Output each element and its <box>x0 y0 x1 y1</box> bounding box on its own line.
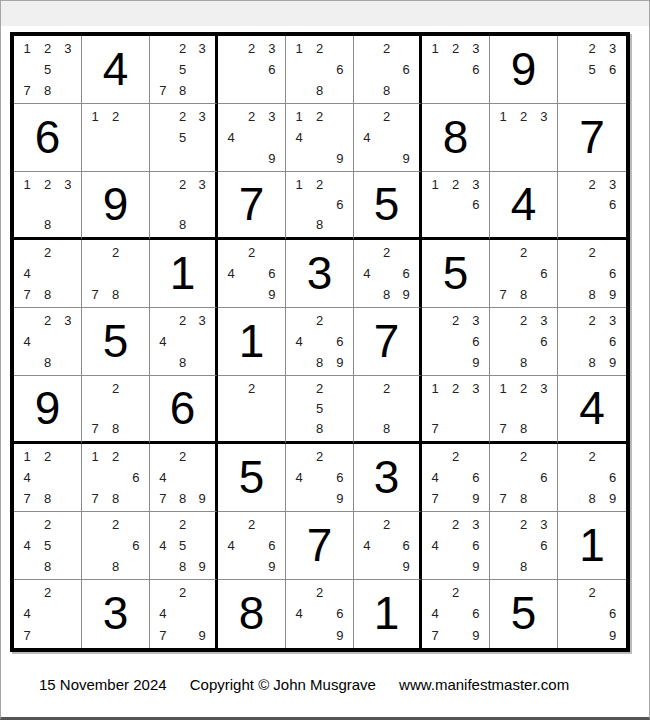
candidate-slot-8: 8 <box>309 419 329 439</box>
candidate-slot-2: 2 <box>241 514 261 535</box>
cell-r2c2[interactable]: 12 <box>82 104 150 172</box>
candidate-slot-1: 1 <box>425 174 445 194</box>
candidate-slot-4: 4 <box>289 603 309 624</box>
candidate-slot-7 <box>85 556 105 577</box>
candidate-slot-4 <box>85 398 105 418</box>
candidate-slot-4: 4 <box>17 467 37 488</box>
candidate-slot-6: 6 <box>466 331 486 352</box>
candidate-slot-1 <box>425 582 445 603</box>
candidate-slot-1 <box>221 242 241 263</box>
candidate-slot-1 <box>153 38 173 59</box>
cell-r7c9[interactable]: 2689 <box>558 444 626 512</box>
cell-r1c3[interactable]: 23578 <box>150 36 218 104</box>
cell-r4c7[interactable]: 5 <box>422 240 490 308</box>
candidate-slot-4 <box>425 398 445 418</box>
cell-r4c9[interactable]: 2689 <box>558 240 626 308</box>
candidate-slot-7: 7 <box>85 284 105 305</box>
candidate-slot-1: 1 <box>289 106 309 127</box>
candidate-slot-7 <box>561 284 582 305</box>
cell-r9c8[interactable]: 5 <box>490 580 558 648</box>
candidate-grid: 278 <box>82 240 149 307</box>
candidate-grid: 249 <box>354 104 419 171</box>
candidate-slot-3 <box>262 378 282 398</box>
candidate-slot-4 <box>425 194 445 214</box>
candidate-slot-2: 2 <box>173 106 193 127</box>
candidate-slot-3: 3 <box>58 174 78 194</box>
candidate-grid: 12378 <box>490 376 557 441</box>
cell-r5c8[interactable]: 2368 <box>490 308 558 376</box>
footer-website-link[interactable]: www.manifestmaster.com <box>399 676 569 693</box>
candidate-slot-5 <box>37 467 57 488</box>
candidate-slot-7 <box>493 352 513 373</box>
cell-r4c8[interactable]: 2678 <box>490 240 558 308</box>
candidate-slot-5 <box>513 398 533 418</box>
candidate-grid: 2356 <box>558 36 626 103</box>
candidate-slot-9: 9 <box>602 625 623 646</box>
candidate-slot-3 <box>330 174 350 194</box>
candidate-slot-4 <box>561 263 582 284</box>
candidate-slot-9 <box>602 215 623 235</box>
candidate-slot-3: 3 <box>534 378 554 398</box>
cell-r7c2[interactable]: 12678 <box>82 444 150 512</box>
cell-r6c7[interactable]: 1237 <box>422 376 490 444</box>
cell-r5c4[interactable]: 1 <box>218 308 286 376</box>
cell-r4c2[interactable]: 278 <box>82 240 150 308</box>
candidate-slot-3 <box>126 242 146 263</box>
candidate-slot-5 <box>37 194 57 214</box>
candidate-slot-2: 2 <box>513 446 533 467</box>
candidate-slot-2: 2 <box>105 378 125 398</box>
candidate-slot-5 <box>241 263 261 284</box>
cell-r5c3[interactable]: 2348 <box>150 308 218 376</box>
candidate-slot-5: 5 <box>173 59 193 80</box>
candidate-slot-2: 2 <box>173 310 193 331</box>
candidate-slot-1 <box>153 446 173 467</box>
candidate-slot-4 <box>85 127 105 148</box>
cell-r6c3[interactable]: 6 <box>150 376 218 444</box>
candidate-slot-2: 2 <box>309 106 329 127</box>
candidate-slot-6: 6 <box>126 467 146 488</box>
candidate-slot-8 <box>241 556 261 577</box>
candidate-slot-6 <box>534 398 554 418</box>
cell-r7c1[interactable]: 12478 <box>14 444 82 512</box>
candidate-grid: 2689 <box>558 240 626 307</box>
candidate-slot-5 <box>582 331 603 352</box>
cell-r8c3[interactable]: 24589 <box>150 512 218 580</box>
candidate-slot-6: 6 <box>396 263 416 284</box>
candidate-slot-5 <box>173 467 193 488</box>
candidate-slot-5 <box>445 194 465 214</box>
candidate-slot-3 <box>602 242 623 263</box>
candidate-slot-5 <box>105 263 125 284</box>
candidate-slot-9 <box>466 419 486 439</box>
candidate-slot-6: 6 <box>330 194 350 214</box>
candidate-grid: 2469 <box>218 512 285 579</box>
cell-r5c1[interactable]: 2348 <box>14 308 82 376</box>
candidate-slot-7 <box>153 352 173 373</box>
candidate-slot-8 <box>445 488 465 509</box>
cell-r2c3[interactable]: 235 <box>150 104 218 172</box>
candidate-slot-8: 8 <box>513 556 533 577</box>
candidate-slot-1 <box>561 242 582 263</box>
candidate-slot-4 <box>85 467 105 488</box>
candidate-grid: 247 <box>14 580 81 648</box>
candidate-slot-9 <box>192 80 212 101</box>
candidate-slot-1: 1 <box>289 38 309 59</box>
cell-r6c9[interactable]: 4 <box>558 376 626 444</box>
candidate-slot-9 <box>466 215 486 235</box>
cell-r7c8[interactable]: 2678 <box>490 444 558 512</box>
candidate-slot-2: 2 <box>309 174 329 194</box>
candidate-slot-5 <box>173 603 193 624</box>
candidate-slot-9: 9 <box>262 148 282 169</box>
candidate-slot-6 <box>192 127 212 148</box>
candidate-slot-2: 2 <box>105 514 125 535</box>
candidate-grid: 1237 <box>422 376 489 441</box>
candidate-slot-3 <box>330 38 350 59</box>
candidate-slot-5 <box>445 398 465 418</box>
candidate-slot-9 <box>534 284 554 305</box>
cell-r9c4[interactable]: 8 <box>218 580 286 648</box>
candidate-slot-6: 6 <box>262 263 282 284</box>
candidate-slot-8: 8 <box>513 488 533 509</box>
candidate-slot-8: 8 <box>309 215 329 235</box>
sudoku-board: 1235784235782361268268123692356612235234… <box>10 32 630 652</box>
cell-r8c2[interactable]: 268 <box>82 512 150 580</box>
cell-r9c2[interactable]: 3 <box>82 580 150 648</box>
cell-r1c1[interactable]: 123578 <box>14 36 82 104</box>
cell-r6c4[interactable]: 2 <box>218 376 286 444</box>
candidate-slot-6 <box>58 535 78 556</box>
candidate-slot-3 <box>396 514 416 535</box>
candidate-slot-9 <box>396 419 416 439</box>
candidate-slot-9: 9 <box>330 488 350 509</box>
candidate-slot-6: 6 <box>602 331 623 352</box>
candidate-slot-9 <box>192 352 212 373</box>
cell-r6c8[interactable]: 12378 <box>490 376 558 444</box>
given-digit: 1 <box>374 590 400 636</box>
candidate-grid: 1249 <box>286 104 353 171</box>
candidate-slot-7 <box>85 148 105 169</box>
candidate-slot-2: 2 <box>445 582 465 603</box>
cell-r3c9[interactable]: 236 <box>558 172 626 240</box>
cell-r1c4[interactable]: 236 <box>218 36 286 104</box>
candidate-slot-1 <box>357 38 377 59</box>
candidate-slot-9 <box>58 80 78 101</box>
cell-r6c2[interactable]: 278 <box>82 376 150 444</box>
cell-r9c5[interactable]: 2469 <box>286 580 354 648</box>
cell-r7c7[interactable]: 24679 <box>422 444 490 512</box>
candidate-slot-6 <box>192 331 212 352</box>
candidate-slot-7 <box>357 556 377 577</box>
candidate-slot-2: 2 <box>173 582 193 603</box>
cell-r8c7[interactable]: 23469 <box>422 512 490 580</box>
cell-r3c3[interactable]: 238 <box>150 172 218 240</box>
cell-r6c1[interactable]: 9 <box>14 376 82 444</box>
candidate-slot-8 <box>37 625 57 646</box>
candidate-slot-6: 6 <box>330 603 350 624</box>
candidate-slot-2: 2 <box>445 514 465 535</box>
candidate-grid: 235 <box>150 104 215 171</box>
candidate-slot-1 <box>153 106 173 127</box>
candidate-slot-4: 4 <box>153 467 173 488</box>
candidate-slot-1: 1 <box>17 174 37 194</box>
candidate-slot-8: 8 <box>173 556 193 577</box>
candidate-slot-2: 2 <box>377 242 397 263</box>
candidate-slot-1 <box>221 378 241 398</box>
candidate-slot-7: 7 <box>85 419 105 439</box>
candidate-slot-1 <box>357 514 377 535</box>
candidate-grid: 1236 <box>422 36 489 103</box>
candidate-slot-2: 2 <box>445 378 465 398</box>
cell-r9c1[interactable]: 247 <box>14 580 82 648</box>
cell-r2c6[interactable]: 249 <box>354 104 422 172</box>
cell-r9c9[interactable]: 269 <box>558 580 626 648</box>
cell-r3c7[interactable]: 1236 <box>422 172 490 240</box>
candidate-slot-6 <box>192 535 212 556</box>
candidate-slot-2: 2 <box>513 514 533 535</box>
candidate-slot-6 <box>58 467 78 488</box>
candidate-slot-7: 7 <box>493 284 513 305</box>
candidate-slot-2: 2 <box>513 378 533 398</box>
candidate-slot-4 <box>153 59 173 80</box>
candidate-slot-3: 3 <box>192 310 212 331</box>
candidate-slot-6 <box>126 398 146 418</box>
candidate-slot-6 <box>534 127 554 148</box>
cell-r4c6[interactable]: 24689 <box>354 240 422 308</box>
candidate-slot-3 <box>262 242 282 263</box>
cell-r1c6[interactable]: 268 <box>354 36 422 104</box>
candidate-slot-6: 6 <box>602 59 623 80</box>
candidate-slot-1 <box>17 310 37 331</box>
candidate-grid: 2469 <box>286 580 353 648</box>
candidate-slot-2: 2 <box>105 242 125 263</box>
candidate-slot-4 <box>561 194 582 214</box>
candidate-slot-4 <box>561 467 582 488</box>
candidate-slot-9 <box>396 80 416 101</box>
candidate-slot-6: 6 <box>126 535 146 556</box>
cell-r9c3[interactable]: 2479 <box>150 580 218 648</box>
cell-r5c6[interactable]: 7 <box>354 308 422 376</box>
candidate-slot-4: 4 <box>357 127 377 148</box>
candidate-slot-2: 2 <box>241 38 261 59</box>
cell-r4c1[interactable]: 2478 <box>14 240 82 308</box>
given-digit: 3 <box>307 250 333 296</box>
given-digit: 3 <box>374 454 400 500</box>
given-digit: 1 <box>579 522 605 568</box>
candidate-slot-4: 4 <box>289 127 309 148</box>
candidate-slot-5 <box>309 467 329 488</box>
candidate-slot-5 <box>582 603 603 624</box>
candidate-slot-5 <box>445 331 465 352</box>
cell-r1c2[interactable]: 4 <box>82 36 150 104</box>
cell-r5c2[interactable]: 5 <box>82 308 150 376</box>
candidate-slot-7 <box>561 352 582 373</box>
cell-r7c4[interactable]: 5 <box>218 444 286 512</box>
candidate-slot-1: 1 <box>425 378 445 398</box>
candidate-grid: 12 <box>82 104 149 171</box>
candidate-slot-9: 9 <box>466 556 486 577</box>
candidate-slot-8: 8 <box>105 556 125 577</box>
cell-r5c7[interactable]: 2369 <box>422 308 490 376</box>
cell-r8c8[interactable]: 2368 <box>490 512 558 580</box>
candidate-slot-6 <box>58 194 78 214</box>
candidate-slot-3: 3 <box>602 174 623 194</box>
candidate-slot-5 <box>241 59 261 80</box>
given-digit: 4 <box>579 385 605 431</box>
candidate-slot-8 <box>309 625 329 646</box>
candidate-slot-2: 2 <box>445 310 465 331</box>
candidate-slot-8 <box>445 215 465 235</box>
cell-r3c8[interactable]: 4 <box>490 172 558 240</box>
candidate-slot-2: 2 <box>582 310 603 331</box>
candidate-slot-4 <box>357 398 377 418</box>
candidate-slot-2: 2 <box>37 446 57 467</box>
candidate-slot-7 <box>289 488 309 509</box>
candidate-slot-1 <box>561 310 582 331</box>
candidate-slot-2: 2 <box>241 242 261 263</box>
cell-r8c1[interactable]: 2458 <box>14 512 82 580</box>
cell-r7c6[interactable]: 3 <box>354 444 422 512</box>
cell-r1c8[interactable]: 9 <box>490 36 558 104</box>
candidate-slot-2: 2 <box>513 310 533 331</box>
cell-r3c2[interactable]: 9 <box>82 172 150 240</box>
candidate-slot-7 <box>289 625 309 646</box>
cell-r3c5[interactable]: 1268 <box>286 172 354 240</box>
candidate-slot-1: 1 <box>493 378 513 398</box>
candidate-slot-6 <box>330 127 350 148</box>
cell-r5c5[interactable]: 24689 <box>286 308 354 376</box>
cell-r2c8[interactable]: 123 <box>490 104 558 172</box>
cell-r3c1[interactable]: 1238 <box>14 172 82 240</box>
candidate-slot-1: 1 <box>289 174 309 194</box>
candidate-slot-3 <box>466 582 486 603</box>
candidate-slot-2: 2 <box>309 378 329 398</box>
candidate-slot-9 <box>58 556 78 577</box>
cell-r2c1[interactable]: 6 <box>14 104 82 172</box>
candidate-slot-4: 4 <box>17 263 37 284</box>
candidate-slot-5 <box>377 398 397 418</box>
candidate-grid: 268 <box>82 512 149 579</box>
candidate-slot-6 <box>126 127 146 148</box>
candidate-slot-1 <box>85 242 105 263</box>
cell-r1c5[interactable]: 1268 <box>286 36 354 104</box>
candidate-slot-1 <box>17 582 37 603</box>
candidate-slot-5: 5 <box>37 535 57 556</box>
candidate-slot-6: 6 <box>602 467 623 488</box>
cell-r5c9[interactable]: 23689 <box>558 308 626 376</box>
candidate-slot-9 <box>192 215 212 235</box>
cell-r8c4[interactable]: 2469 <box>218 512 286 580</box>
candidate-grid: 2689 <box>558 444 626 511</box>
candidate-slot-4 <box>221 398 241 418</box>
cell-r4c4[interactable]: 2469 <box>218 240 286 308</box>
candidate-slot-6: 6 <box>466 194 486 214</box>
candidate-slot-1 <box>221 514 241 535</box>
candidate-grid: 12478 <box>14 444 81 511</box>
candidate-grid: 2349 <box>218 104 285 171</box>
candidate-slot-3 <box>262 514 282 535</box>
cell-r9c6[interactable]: 1 <box>354 580 422 648</box>
candidate-slot-1 <box>425 310 445 331</box>
cell-r2c9[interactable]: 7 <box>558 104 626 172</box>
candidate-slot-6 <box>58 603 78 624</box>
footer-copyright: Copyright © John Musgrave <box>190 676 376 693</box>
candidate-slot-2: 2 <box>377 514 397 535</box>
candidate-slot-8 <box>105 148 125 169</box>
candidate-slot-9: 9 <box>192 488 212 509</box>
candidate-slot-9 <box>534 488 554 509</box>
cell-r2c5[interactable]: 1249 <box>286 104 354 172</box>
cell-r1c7[interactable]: 1236 <box>422 36 490 104</box>
candidate-slot-6 <box>396 398 416 418</box>
candidate-slot-5: 5 <box>173 127 193 148</box>
candidate-slot-4: 4 <box>221 127 241 148</box>
cell-r6c6[interactable]: 28 <box>354 376 422 444</box>
candidate-slot-9 <box>126 284 146 305</box>
cell-r9c7[interactable]: 24679 <box>422 580 490 648</box>
candidate-slot-1 <box>425 514 445 535</box>
cell-r8c6[interactable]: 2469 <box>354 512 422 580</box>
candidate-slot-7 <box>221 80 241 101</box>
candidate-slot-6: 6 <box>396 59 416 80</box>
candidate-slot-8: 8 <box>37 80 57 101</box>
cell-r4c5[interactable]: 3 <box>286 240 354 308</box>
candidate-slot-4 <box>289 398 309 418</box>
candidate-slot-9 <box>126 419 146 439</box>
candidate-slot-5 <box>309 194 329 214</box>
candidate-slot-3 <box>602 446 623 467</box>
candidate-slot-5 <box>37 603 57 624</box>
candidate-slot-3: 3 <box>192 106 212 127</box>
cell-r2c7[interactable]: 8 <box>422 104 490 172</box>
candidate-slot-6: 6 <box>534 263 554 284</box>
candidate-slot-2: 2 <box>377 378 397 398</box>
candidate-slot-7: 7 <box>425 488 445 509</box>
candidate-slot-6: 6 <box>466 603 486 624</box>
candidate-slot-6: 6 <box>330 331 350 352</box>
candidate-slot-5 <box>377 263 397 284</box>
candidate-slot-3: 3 <box>466 38 486 59</box>
candidate-slot-3 <box>330 106 350 127</box>
candidate-slot-7 <box>17 352 37 373</box>
cell-r6c5[interactable]: 258 <box>286 376 354 444</box>
cell-r3c6[interactable]: 5 <box>354 172 422 240</box>
candidate-slot-8: 8 <box>105 284 125 305</box>
cell-r7c5[interactable]: 2469 <box>286 444 354 512</box>
candidate-slot-6: 6 <box>602 194 623 214</box>
candidate-slot-8 <box>241 419 261 439</box>
candidate-slot-4 <box>17 194 37 214</box>
candidate-slot-9: 9 <box>602 488 623 509</box>
candidate-slot-9: 9 <box>330 625 350 646</box>
cell-r1c9[interactable]: 2356 <box>558 36 626 104</box>
candidate-slot-4: 4 <box>221 263 241 284</box>
candidate-slot-3 <box>192 582 212 603</box>
candidate-slot-8: 8 <box>377 419 397 439</box>
candidate-grid: 236 <box>558 172 626 237</box>
cell-r8c5[interactable]: 7 <box>286 512 354 580</box>
candidate-slot-9: 9 <box>396 556 416 577</box>
cell-r7c3[interactable]: 24789 <box>150 444 218 512</box>
cell-r8c9[interactable]: 1 <box>558 512 626 580</box>
cell-r4c3[interactable]: 1 <box>150 240 218 308</box>
cell-r2c4[interactable]: 2349 <box>218 104 286 172</box>
candidate-slot-2: 2 <box>105 446 125 467</box>
candidate-slot-5 <box>105 467 125 488</box>
candidate-slot-4 <box>561 59 582 80</box>
cell-r3c4[interactable]: 7 <box>218 172 286 240</box>
